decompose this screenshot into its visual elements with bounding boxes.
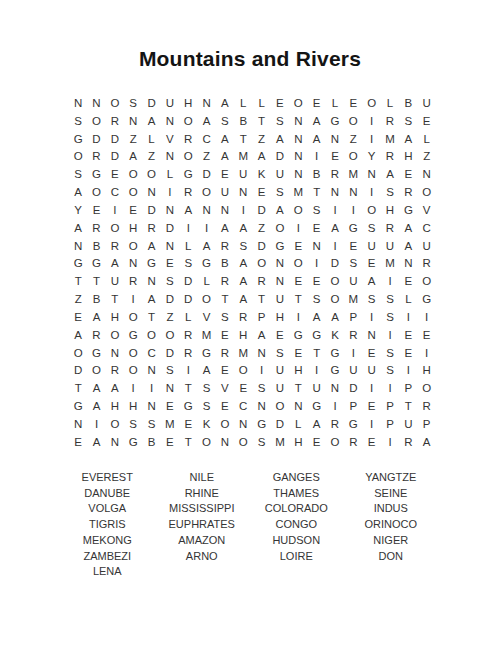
- grid-cell-r4c10[interactable]: M: [234, 147, 252, 165]
- grid-cell-r10c8[interactable]: G: [197, 254, 215, 272]
- grid-cell-r1c9[interactable]: A: [216, 94, 234, 112]
- grid-cell-r8c1[interactable]: A: [69, 219, 87, 237]
- grid-cell-r3c15[interactable]: N: [326, 130, 344, 148]
- grid-cell-r18c17[interactable]: E: [363, 397, 381, 415]
- grid-cell-r17c6[interactable]: N: [161, 379, 179, 397]
- grid-cell-r6c13[interactable]: M: [289, 183, 307, 201]
- grid-cell-r7c19[interactable]: G: [399, 201, 417, 219]
- grid-cell-r15c19[interactable]: E: [399, 344, 417, 362]
- grid-cell-r13c15[interactable]: A: [326, 308, 344, 326]
- grid-cell-r13c14[interactable]: A: [307, 308, 325, 326]
- grid-cell-r4c9[interactable]: A: [216, 147, 234, 165]
- grid-cell-r8c15[interactable]: A: [326, 219, 344, 237]
- grid-cell-r3c8[interactable]: C: [197, 130, 215, 148]
- grid-cell-r20c18[interactable]: I: [381, 433, 399, 451]
- grid-cell-r8c14[interactable]: E: [307, 219, 325, 237]
- grid-cell-r16c19[interactable]: I: [399, 361, 417, 379]
- grid-cell-r10c17[interactable]: E: [363, 254, 381, 272]
- grid-cell-r8c13[interactable]: I: [289, 219, 307, 237]
- grid-cell-r2c5[interactable]: A: [142, 112, 160, 130]
- grid-cell-r9c8[interactable]: A: [197, 237, 215, 255]
- grid-cell-r2c12[interactable]: S: [271, 112, 289, 130]
- grid-cell-r10c18[interactable]: M: [381, 254, 399, 272]
- grid-cell-r4c14[interactable]: I: [307, 147, 325, 165]
- grid-cell-r10c3[interactable]: A: [106, 254, 124, 272]
- grid-cell-r1c20[interactable]: U: [418, 94, 436, 112]
- grid-cell-r9c7[interactable]: L: [179, 237, 197, 255]
- grid-cell-r17c4[interactable]: I: [124, 379, 142, 397]
- grid-cell-r3c11[interactable]: Z: [252, 130, 270, 148]
- grid-cell-r14c13[interactable]: G: [289, 326, 307, 344]
- grid-cell-r19c11[interactable]: G: [252, 415, 270, 433]
- grid-cell-r3c4[interactable]: Z: [124, 130, 142, 148]
- grid-cell-r12c16[interactable]: M: [344, 290, 362, 308]
- grid-cell-r1c15[interactable]: L: [326, 94, 344, 112]
- grid-cell-r20c4[interactable]: G: [124, 433, 142, 451]
- grid-cell-r11c6[interactable]: S: [161, 272, 179, 290]
- grid-cell-r4c3[interactable]: D: [106, 147, 124, 165]
- grid-cell-r13c10[interactable]: R: [234, 308, 252, 326]
- grid-cell-r5c6[interactable]: L: [161, 165, 179, 183]
- grid-cell-r1c18[interactable]: L: [381, 94, 399, 112]
- grid-cell-r4c5[interactable]: Z: [142, 147, 160, 165]
- grid-cell-r16c14[interactable]: I: [307, 361, 325, 379]
- grid-cell-r10c10[interactable]: A: [234, 254, 252, 272]
- grid-cell-r11c12[interactable]: N: [271, 272, 289, 290]
- grid-cell-r5c4[interactable]: O: [124, 165, 142, 183]
- grid-cell-r17c8[interactable]: S: [197, 379, 215, 397]
- grid-cell-r12c7[interactable]: D: [179, 290, 197, 308]
- grid-cell-r5c18[interactable]: A: [381, 165, 399, 183]
- grid-cell-r1c4[interactable]: S: [124, 94, 142, 112]
- grid-cell-r19c15[interactable]: R: [326, 415, 344, 433]
- grid-cell-r15c13[interactable]: E: [289, 344, 307, 362]
- grid-cell-r12c15[interactable]: O: [326, 290, 344, 308]
- grid-cell-r17c2[interactable]: A: [87, 379, 105, 397]
- grid-cell-r15c10[interactable]: M: [234, 344, 252, 362]
- grid-cell-r12c10[interactable]: A: [234, 290, 252, 308]
- grid-cell-r17c19[interactable]: P: [399, 379, 417, 397]
- grid-cell-r4c15[interactable]: E: [326, 147, 344, 165]
- grid-cell-r16c6[interactable]: S: [161, 361, 179, 379]
- grid-cell-r11c4[interactable]: R: [124, 272, 142, 290]
- grid-cell-r16c17[interactable]: U: [363, 361, 381, 379]
- grid-cell-r18c9[interactable]: E: [216, 397, 234, 415]
- grid-cell-r5c3[interactable]: E: [106, 165, 124, 183]
- grid-cell-r18c7[interactable]: G: [179, 397, 197, 415]
- grid-cell-r3c17[interactable]: I: [363, 130, 381, 148]
- grid-cell-r6c7[interactable]: R: [179, 183, 197, 201]
- grid-cell-r20c1[interactable]: E: [69, 433, 87, 451]
- grid-cell-r8c6[interactable]: D: [161, 219, 179, 237]
- grid-cell-r9c3[interactable]: R: [106, 237, 124, 255]
- grid-cell-r13c5[interactable]: T: [142, 308, 160, 326]
- grid-cell-r3c1[interactable]: G: [69, 130, 87, 148]
- grid-cell-r16c11[interactable]: I: [252, 361, 270, 379]
- grid-cell-r13c13[interactable]: I: [289, 308, 307, 326]
- grid-cell-r12c19[interactable]: L: [399, 290, 417, 308]
- grid-cell-r9c5[interactable]: A: [142, 237, 160, 255]
- grid-cell-r3c16[interactable]: Z: [344, 130, 362, 148]
- grid-cell-r1c1[interactable]: N: [69, 94, 87, 112]
- grid-cell-r3c18[interactable]: M: [381, 130, 399, 148]
- grid-cell-r13c20[interactable]: I: [418, 308, 436, 326]
- grid-cell-r11c11[interactable]: R: [252, 272, 270, 290]
- grid-cell-r10c1[interactable]: G: [69, 254, 87, 272]
- grid-cell-r8c3[interactable]: O: [106, 219, 124, 237]
- grid-cell-r1c16[interactable]: E: [344, 94, 362, 112]
- grid-cell-r15c2[interactable]: G: [87, 344, 105, 362]
- grid-cell-r2c11[interactable]: T: [252, 112, 270, 130]
- grid-cell-r13c6[interactable]: Z: [161, 308, 179, 326]
- grid-cell-r5c9[interactable]: E: [216, 165, 234, 183]
- grid-cell-r5c10[interactable]: U: [234, 165, 252, 183]
- grid-cell-r1c13[interactable]: O: [289, 94, 307, 112]
- grid-cell-r11c9[interactable]: R: [216, 272, 234, 290]
- grid-cell-r15c1[interactable]: O: [69, 344, 87, 362]
- grid-cell-r3c5[interactable]: L: [142, 130, 160, 148]
- grid-cell-r14c20[interactable]: E: [418, 326, 436, 344]
- grid-cell-r14c11[interactable]: A: [252, 326, 270, 344]
- grid-cell-r11c19[interactable]: E: [399, 272, 417, 290]
- grid-cell-r1c7[interactable]: H: [179, 94, 197, 112]
- grid-cell-r6c12[interactable]: S: [271, 183, 289, 201]
- grid-cell-r5c13[interactable]: N: [289, 165, 307, 183]
- grid-cell-r15c12[interactable]: S: [271, 344, 289, 362]
- grid-cell-r17c5[interactable]: I: [142, 379, 160, 397]
- grid-cell-r17c15[interactable]: N: [326, 379, 344, 397]
- grid-cell-r8c20[interactable]: C: [418, 219, 436, 237]
- grid-cell-r17c13[interactable]: T: [289, 379, 307, 397]
- grid-cell-r12c5[interactable]: A: [142, 290, 160, 308]
- grid-cell-r10c20[interactable]: R: [418, 254, 436, 272]
- grid-cell-r6c9[interactable]: U: [216, 183, 234, 201]
- grid-cell-r3c9[interactable]: A: [216, 130, 234, 148]
- grid-cell-r11c14[interactable]: E: [307, 272, 325, 290]
- grid-cell-r2c16[interactable]: O: [344, 112, 362, 130]
- grid-cell-r8c18[interactable]: R: [381, 219, 399, 237]
- grid-cell-r20c15[interactable]: O: [326, 433, 344, 451]
- grid-cell-r11c8[interactable]: L: [197, 272, 215, 290]
- grid-cell-r16c2[interactable]: O: [87, 361, 105, 379]
- grid-cell-r14c1[interactable]: A: [69, 326, 87, 344]
- grid-cell-r7c7[interactable]: A: [179, 201, 197, 219]
- grid-cell-r6c15[interactable]: N: [326, 183, 344, 201]
- grid-cell-r20c16[interactable]: R: [344, 433, 362, 451]
- grid-cell-r15c17[interactable]: E: [363, 344, 381, 362]
- grid-cell-r7c12[interactable]: A: [271, 201, 289, 219]
- grid-cell-r13c16[interactable]: P: [344, 308, 362, 326]
- grid-cell-r9c11[interactable]: D: [252, 237, 270, 255]
- grid-cell-r9c9[interactable]: R: [216, 237, 234, 255]
- grid-cell-r7c2[interactable]: E: [87, 201, 105, 219]
- grid-cell-r3c6[interactable]: V: [161, 130, 179, 148]
- grid-cell-r4c2[interactable]: R: [87, 147, 105, 165]
- grid-cell-r10c5[interactable]: G: [142, 254, 160, 272]
- grid-cell-r17c14[interactable]: U: [307, 379, 325, 397]
- grid-cell-r10c15[interactable]: D: [326, 254, 344, 272]
- grid-cell-r4c7[interactable]: O: [179, 147, 197, 165]
- grid-cell-r13c3[interactable]: H: [106, 308, 124, 326]
- grid-cell-r3c13[interactable]: N: [289, 130, 307, 148]
- grid-cell-r2c20[interactable]: E: [418, 112, 436, 130]
- grid-cell-r11c16[interactable]: U: [344, 272, 362, 290]
- grid-cell-r18c15[interactable]: I: [326, 397, 344, 415]
- grid-cell-r2c17[interactable]: I: [363, 112, 381, 130]
- grid-cell-r10c19[interactable]: N: [399, 254, 417, 272]
- grid-cell-r6c16[interactable]: N: [344, 183, 362, 201]
- grid-cell-r8c16[interactable]: G: [344, 219, 362, 237]
- grid-cell-r1c17[interactable]: O: [363, 94, 381, 112]
- grid-cell-r12c18[interactable]: S: [381, 290, 399, 308]
- grid-cell-r2c15[interactable]: G: [326, 112, 344, 130]
- grid-cell-r4c1[interactable]: O: [69, 147, 87, 165]
- grid-cell-r19c7[interactable]: E: [179, 415, 197, 433]
- grid-cell-r16c8[interactable]: A: [197, 361, 215, 379]
- grid-cell-r7c15[interactable]: I: [326, 201, 344, 219]
- grid-cell-r19c1[interactable]: N: [69, 415, 87, 433]
- grid-cell-r14c4[interactable]: G: [124, 326, 142, 344]
- grid-cell-r9c16[interactable]: E: [344, 237, 362, 255]
- grid-cell-r7c6[interactable]: N: [161, 201, 179, 219]
- grid-cell-r19c17[interactable]: I: [363, 415, 381, 433]
- grid-cell-r15c11[interactable]: N: [252, 344, 270, 362]
- grid-cell-r19c12[interactable]: D: [271, 415, 289, 433]
- grid-cell-r8c12[interactable]: O: [271, 219, 289, 237]
- grid-cell-r13c1[interactable]: E: [69, 308, 87, 326]
- grid-cell-r12c12[interactable]: U: [271, 290, 289, 308]
- grid-cell-r18c19[interactable]: T: [399, 397, 417, 415]
- grid-cell-r20c17[interactable]: E: [363, 433, 381, 451]
- grid-cell-r15c5[interactable]: C: [142, 344, 160, 362]
- grid-cell-r2c14[interactable]: A: [307, 112, 325, 130]
- grid-cell-r4c8[interactable]: Z: [197, 147, 215, 165]
- grid-cell-r14c16[interactable]: R: [344, 326, 362, 344]
- grid-cell-r17c20[interactable]: O: [418, 379, 436, 397]
- grid-cell-r7c5[interactable]: D: [142, 201, 160, 219]
- grid-cell-r19c6[interactable]: M: [161, 415, 179, 433]
- grid-cell-r17c3[interactable]: A: [106, 379, 124, 397]
- grid-cell-r5c17[interactable]: N: [363, 165, 381, 183]
- grid-cell-r14c19[interactable]: E: [399, 326, 417, 344]
- grid-cell-r5c1[interactable]: S: [69, 165, 87, 183]
- grid-cell-r12c1[interactable]: Z: [69, 290, 87, 308]
- grid-cell-r16c13[interactable]: H: [289, 361, 307, 379]
- grid-cell-r1c8[interactable]: N: [197, 94, 215, 112]
- grid-cell-r1c14[interactable]: E: [307, 94, 325, 112]
- grid-cell-r20c2[interactable]: A: [87, 433, 105, 451]
- grid-cell-r4c17[interactable]: Y: [363, 147, 381, 165]
- grid-cell-r18c18[interactable]: P: [381, 397, 399, 415]
- grid-cell-r10c9[interactable]: B: [216, 254, 234, 272]
- grid-cell-r8c5[interactable]: R: [142, 219, 160, 237]
- grid-cell-r12c4[interactable]: I: [124, 290, 142, 308]
- grid-cell-r9c19[interactable]: A: [399, 237, 417, 255]
- grid-cell-r19c2[interactable]: I: [87, 415, 105, 433]
- grid-cell-r17c12[interactable]: U: [271, 379, 289, 397]
- grid-cell-r8c11[interactable]: Z: [252, 219, 270, 237]
- grid-cell-r1c2[interactable]: N: [87, 94, 105, 112]
- grid-cell-r8c2[interactable]: R: [87, 219, 105, 237]
- grid-cell-r9c10[interactable]: S: [234, 237, 252, 255]
- grid-cell-r6c10[interactable]: N: [234, 183, 252, 201]
- grid-cell-r2c1[interactable]: S: [69, 112, 87, 130]
- grid-cell-r14c17[interactable]: N: [363, 326, 381, 344]
- grid-cell-r14c15[interactable]: K: [326, 326, 344, 344]
- grid-cell-r16c7[interactable]: I: [179, 361, 197, 379]
- grid-cell-r4c6[interactable]: N: [161, 147, 179, 165]
- grid-cell-r18c3[interactable]: H: [106, 397, 124, 415]
- grid-cell-r20c10[interactable]: O: [234, 433, 252, 451]
- grid-cell-r8c17[interactable]: S: [363, 219, 381, 237]
- grid-cell-r14c5[interactable]: O: [142, 326, 160, 344]
- grid-cell-r7c1[interactable]: Y: [69, 201, 87, 219]
- grid-cell-r8c19[interactable]: A: [399, 219, 417, 237]
- grid-cell-r7c10[interactable]: I: [234, 201, 252, 219]
- grid-cell-r2c13[interactable]: N: [289, 112, 307, 130]
- grid-cell-r14c6[interactable]: O: [161, 326, 179, 344]
- grid-cell-r1c3[interactable]: O: [106, 94, 124, 112]
- grid-cell-r1c12[interactable]: E: [271, 94, 289, 112]
- grid-cell-r3c7[interactable]: R: [179, 130, 197, 148]
- grid-cell-r15c16[interactable]: I: [344, 344, 362, 362]
- grid-cell-r15c20[interactable]: I: [418, 344, 436, 362]
- grid-cell-r15c4[interactable]: O: [124, 344, 142, 362]
- grid-cell-r11c7[interactable]: D: [179, 272, 197, 290]
- grid-cell-r13c18[interactable]: S: [381, 308, 399, 326]
- grid-cell-r11c13[interactable]: E: [289, 272, 307, 290]
- grid-cell-r18c10[interactable]: C: [234, 397, 252, 415]
- grid-cell-r8c4[interactable]: H: [124, 219, 142, 237]
- grid-cell-r20c5[interactable]: B: [142, 433, 160, 451]
- grid-cell-r16c3[interactable]: R: [106, 361, 124, 379]
- grid-cell-r12c2[interactable]: B: [87, 290, 105, 308]
- grid-cell-r16c10[interactable]: O: [234, 361, 252, 379]
- grid-cell-r5c14[interactable]: B: [307, 165, 325, 183]
- grid-cell-r19c5[interactable]: S: [142, 415, 160, 433]
- grid-cell-r2c9[interactable]: S: [216, 112, 234, 130]
- grid-cell-r13c9[interactable]: S: [216, 308, 234, 326]
- grid-cell-r16c4[interactable]: O: [124, 361, 142, 379]
- grid-cell-r20c13[interactable]: H: [289, 433, 307, 451]
- grid-cell-r11c2[interactable]: T: [87, 272, 105, 290]
- grid-cell-r19c10[interactable]: N: [234, 415, 252, 433]
- grid-cell-r6c14[interactable]: T: [307, 183, 325, 201]
- grid-cell-r6c5[interactable]: N: [142, 183, 160, 201]
- grid-cell-r15c14[interactable]: T: [307, 344, 325, 362]
- grid-cell-r4c4[interactable]: A: [124, 147, 142, 165]
- grid-cell-r2c7[interactable]: O: [179, 112, 197, 130]
- grid-cell-r20c8[interactable]: O: [197, 433, 215, 451]
- grid-cell-r11c5[interactable]: N: [142, 272, 160, 290]
- grid-cell-r9c12[interactable]: G: [271, 237, 289, 255]
- grid-cell-r11c15[interactable]: O: [326, 272, 344, 290]
- grid-cell-r11c1[interactable]: T: [69, 272, 87, 290]
- grid-cell-r16c15[interactable]: G: [326, 361, 344, 379]
- grid-cell-r7c18[interactable]: H: [381, 201, 399, 219]
- grid-cell-r9c1[interactable]: N: [69, 237, 87, 255]
- grid-cell-r7c4[interactable]: E: [124, 201, 142, 219]
- grid-cell-r6c19[interactable]: R: [399, 183, 417, 201]
- grid-cell-r18c6[interactable]: E: [161, 397, 179, 415]
- grid-cell-r14c8[interactable]: M: [197, 326, 215, 344]
- grid-cell-r10c6[interactable]: E: [161, 254, 179, 272]
- grid-cell-r13c4[interactable]: O: [124, 308, 142, 326]
- grid-cell-r18c12[interactable]: O: [271, 397, 289, 415]
- grid-cell-r9c17[interactable]: U: [363, 237, 381, 255]
- grid-cell-r3c19[interactable]: A: [399, 130, 417, 148]
- grid-cell-r18c4[interactable]: H: [124, 397, 142, 415]
- grid-cell-r6c17[interactable]: I: [363, 183, 381, 201]
- grid-cell-r14c18[interactable]: I: [381, 326, 399, 344]
- grid-cell-r16c16[interactable]: U: [344, 361, 362, 379]
- grid-cell-r7c9[interactable]: N: [216, 201, 234, 219]
- grid-cell-r11c10[interactable]: A: [234, 272, 252, 290]
- grid-cell-r14c14[interactable]: G: [307, 326, 325, 344]
- grid-cell-r14c12[interactable]: E: [271, 326, 289, 344]
- grid-cell-r16c12[interactable]: U: [271, 361, 289, 379]
- grid-cell-r6c4[interactable]: O: [124, 183, 142, 201]
- grid-cell-r10c4[interactable]: N: [124, 254, 142, 272]
- grid-cell-r18c8[interactable]: S: [197, 397, 215, 415]
- grid-cell-r10c7[interactable]: S: [179, 254, 197, 272]
- grid-cell-r2c10[interactable]: B: [234, 112, 252, 130]
- grid-cell-r9c18[interactable]: U: [381, 237, 399, 255]
- grid-cell-r15c18[interactable]: S: [381, 344, 399, 362]
- grid-cell-r9c4[interactable]: O: [124, 237, 142, 255]
- grid-cell-r16c20[interactable]: H: [418, 361, 436, 379]
- grid-cell-r4c12[interactable]: D: [271, 147, 289, 165]
- grid-cell-r14c10[interactable]: H: [234, 326, 252, 344]
- grid-cell-r1c5[interactable]: D: [142, 94, 160, 112]
- grid-cell-r1c11[interactable]: L: [252, 94, 270, 112]
- grid-cell-r12c13[interactable]: T: [289, 290, 307, 308]
- grid-cell-r18c20[interactable]: R: [418, 397, 436, 415]
- grid-cell-r5c8[interactable]: D: [197, 165, 215, 183]
- grid-cell-r12c9[interactable]: T: [216, 290, 234, 308]
- grid-cell-r17c7[interactable]: T: [179, 379, 197, 397]
- grid-cell-r8c8[interactable]: I: [197, 219, 215, 237]
- grid-cell-r11c3[interactable]: U: [106, 272, 124, 290]
- grid-cell-r3c3[interactable]: D: [106, 130, 124, 148]
- grid-cell-r12c8[interactable]: O: [197, 290, 215, 308]
- grid-cell-r11c20[interactable]: O: [418, 272, 436, 290]
- grid-cell-r5c15[interactable]: R: [326, 165, 344, 183]
- grid-cell-r19c18[interactable]: P: [381, 415, 399, 433]
- grid-cell-r17c1[interactable]: T: [69, 379, 87, 397]
- grid-cell-r17c11[interactable]: S: [252, 379, 270, 397]
- grid-cell-r13c12[interactable]: H: [271, 308, 289, 326]
- grid-cell-r3c10[interactable]: T: [234, 130, 252, 148]
- grid-cell-r20c11[interactable]: S: [252, 433, 270, 451]
- grid-cell-r3c12[interactable]: A: [271, 130, 289, 148]
- grid-cell-r14c9[interactable]: E: [216, 326, 234, 344]
- grid-cell-r10c12[interactable]: N: [271, 254, 289, 272]
- grid-cell-r6c11[interactable]: E: [252, 183, 270, 201]
- grid-cell-r1c10[interactable]: L: [234, 94, 252, 112]
- grid-cell-r16c1[interactable]: D: [69, 361, 87, 379]
- grid-cell-r7c11[interactable]: D: [252, 201, 270, 219]
- grid-cell-r15c15[interactable]: G: [326, 344, 344, 362]
- grid-cell-r6c2[interactable]: O: [87, 183, 105, 201]
- grid-cell-r16c18[interactable]: S: [381, 361, 399, 379]
- grid-cell-r9c15[interactable]: I: [326, 237, 344, 255]
- grid-cell-r9c13[interactable]: E: [289, 237, 307, 255]
- grid-cell-r19c20[interactable]: P: [418, 415, 436, 433]
- grid-cell-r13c8[interactable]: V: [197, 308, 215, 326]
- grid-cell-r17c9[interactable]: V: [216, 379, 234, 397]
- grid-cell-r7c16[interactable]: I: [344, 201, 362, 219]
